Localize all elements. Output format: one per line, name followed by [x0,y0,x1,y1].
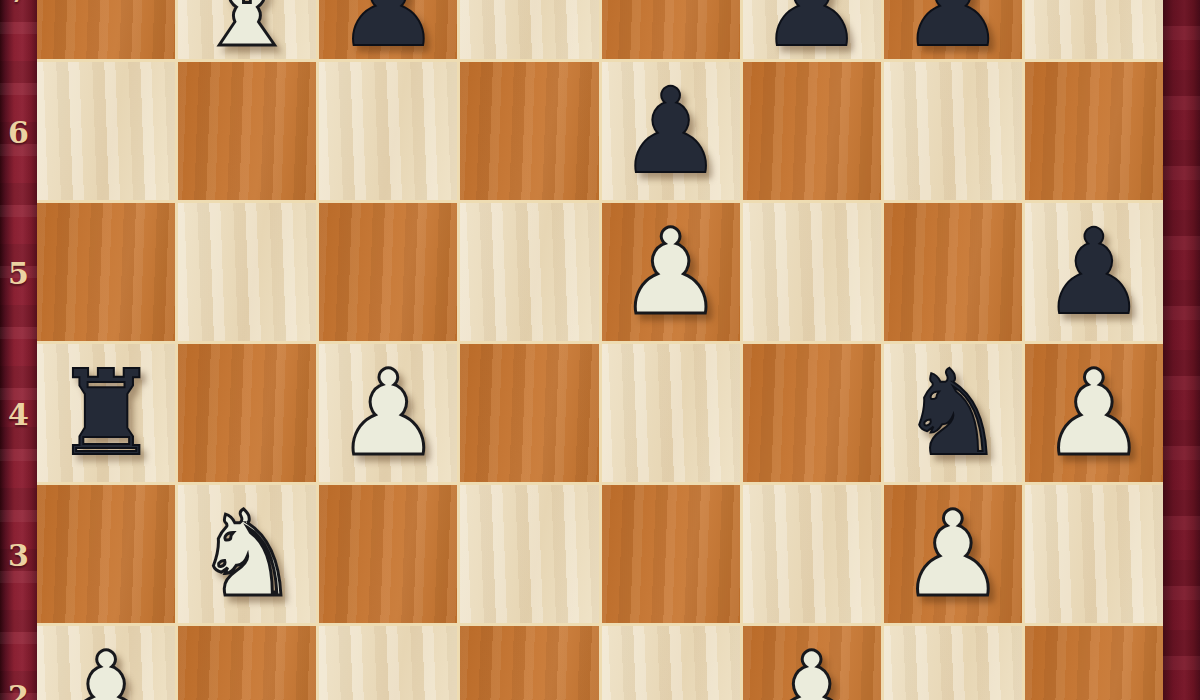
square-g5[interactable] [884,203,1022,341]
square-e5[interactable]: ♟ [602,203,740,341]
square-g3[interactable]: ♟ [884,485,1022,623]
rank-label-3: 3 [0,541,37,571]
square-d5[interactable] [460,203,598,341]
square-c4[interactable]: ♟ [319,344,457,482]
black-rook-a4: ♜ [53,354,159,472]
square-a5[interactable] [37,203,175,341]
white-bishop-b7: ♝ [194,0,300,63]
square-c6[interactable] [319,62,457,200]
rank-label-5: 5 [0,259,37,289]
square-b5[interactable] [178,203,316,341]
white-pawn-a2: ♟ [53,636,159,700]
square-e6[interactable]: ♟ [602,62,740,200]
square-c7[interactable]: ♟ [319,0,457,59]
square-h5[interactable]: ♟ [1025,203,1163,341]
square-e2[interactable] [602,626,740,700]
white-pawn-c4: ♟ [335,354,441,472]
black-knight-g4: ♞ [900,354,1006,472]
left-border [0,0,37,700]
black-pawn-g7: ♟ [900,0,1006,63]
white-pawn-e5: ♟ [618,213,724,331]
square-a3[interactable] [37,485,175,623]
square-c3[interactable] [319,485,457,623]
square-a7[interactable] [37,0,175,59]
square-c5[interactable] [319,203,457,341]
rank-label-4: 4 [0,400,37,430]
square-d3[interactable] [460,485,598,623]
square-a2[interactable]: ♟ [37,626,175,700]
chess-diagram: ♝♟♟♟♟♟♟♜♟♞♟♞♟♟♟ 765432 [0,0,1200,700]
square-f3[interactable] [743,485,881,623]
square-a6[interactable] [37,62,175,200]
black-pawn-e6: ♟ [618,72,724,190]
rank-label-2: 2 [0,682,37,700]
board-viewport: ♝♟♟♟♟♟♟♜♟♞♟♞♟♟♟ [37,0,1163,700]
square-c2[interactable] [319,626,457,700]
square-d2[interactable] [460,626,598,700]
square-g2[interactable] [884,626,1022,700]
white-knight-b3: ♞ [194,495,300,613]
square-e3[interactable] [602,485,740,623]
white-pawn-h4: ♟ [1041,354,1147,472]
square-g6[interactable] [884,62,1022,200]
square-a4[interactable]: ♜ [37,344,175,482]
right-border [1163,0,1200,700]
square-b2[interactable] [178,626,316,700]
chess-board: ♝♟♟♟♟♟♟♜♟♞♟♞♟♟♟ [37,0,1163,700]
square-h6[interactable] [1025,62,1163,200]
square-b4[interactable] [178,344,316,482]
square-f4[interactable] [743,344,881,482]
square-b6[interactable] [178,62,316,200]
square-b7[interactable]: ♝ [178,0,316,59]
square-f6[interactable] [743,62,881,200]
square-e7[interactable] [602,0,740,59]
square-h4[interactable]: ♟ [1025,344,1163,482]
square-f7[interactable]: ♟ [743,0,881,59]
white-pawn-f2: ♟ [759,636,865,700]
square-h2[interactable] [1025,626,1163,700]
square-d6[interactable] [460,62,598,200]
square-e4[interactable] [602,344,740,482]
square-f5[interactable] [743,203,881,341]
square-h3[interactable] [1025,485,1163,623]
square-d4[interactable] [460,344,598,482]
square-f2[interactable]: ♟ [743,626,881,700]
square-d7[interactable] [460,0,598,59]
square-h7[interactable] [1025,0,1163,59]
black-pawn-h5: ♟ [1041,213,1147,331]
rank-label-6: 6 [0,118,37,148]
square-b3[interactable]: ♞ [178,485,316,623]
black-pawn-f7: ♟ [759,0,865,63]
black-pawn-c7: ♟ [335,0,441,63]
rank-label-7: 7 [0,0,37,7]
square-g7[interactable]: ♟ [884,0,1022,59]
white-pawn-g3: ♟ [900,495,1006,613]
square-g4[interactable]: ♞ [884,344,1022,482]
